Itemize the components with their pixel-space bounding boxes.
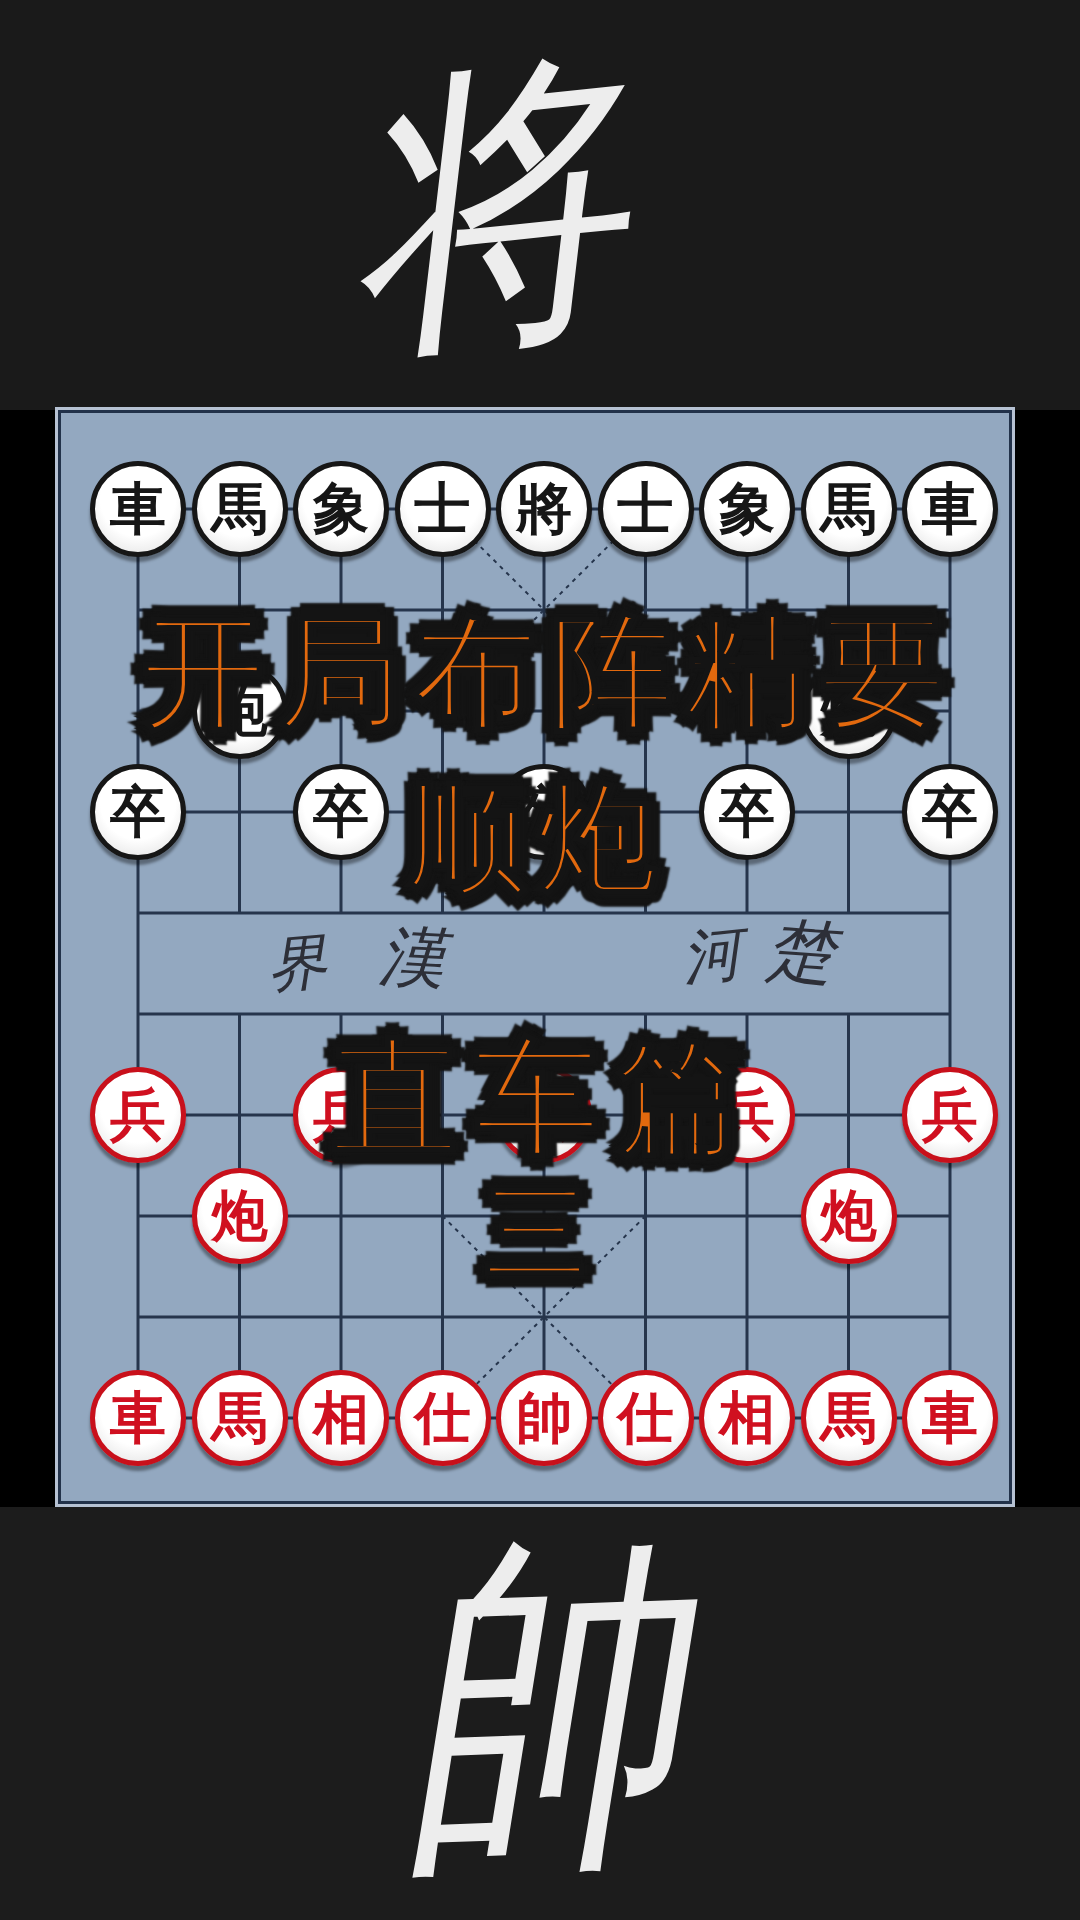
piece-red-elephant[interactable]: 相 xyxy=(699,1370,795,1466)
piece-red-chariot[interactable]: 車 xyxy=(90,1370,186,1466)
piece-red-horse[interactable]: 馬 xyxy=(192,1370,288,1466)
video-frame: 将 帥 界漢河楚 車馬象士將士象馬車炮炮卒卒卒卒卒兵兵兵兵兵炮炮車馬相仕帥仕相馬… xyxy=(0,0,1080,1920)
piece-black-soldier[interactable]: 卒 xyxy=(293,764,389,860)
piece-black-advisor[interactable]: 士 xyxy=(395,461,491,557)
overlay-subtitle-text: 顺炮 xyxy=(407,778,667,898)
piece-red-chariot[interactable]: 車 xyxy=(902,1370,998,1466)
piece-black-elephant[interactable]: 象 xyxy=(699,461,795,557)
piece-red-horse[interactable]: 馬 xyxy=(801,1370,897,1466)
piece-black-general[interactable]: 將 xyxy=(496,461,592,557)
piece-red-cannon[interactable]: 炮 xyxy=(801,1168,897,1264)
piece-black-soldier[interactable]: 卒 xyxy=(90,764,186,860)
overlay-episode-text: 三 xyxy=(484,1180,588,1284)
piece-black-advisor[interactable]: 士 xyxy=(598,461,694,557)
river-character: 河 xyxy=(679,922,745,988)
board-grid xyxy=(61,413,1009,1501)
piece-black-horse[interactable]: 馬 xyxy=(801,461,897,557)
piece-black-chariot[interactable]: 車 xyxy=(902,461,998,557)
piece-black-elephant[interactable]: 象 xyxy=(293,461,389,557)
river-character: 楚 xyxy=(764,916,837,989)
piece-black-chariot[interactable]: 車 xyxy=(90,461,186,557)
piece-red-advisor[interactable]: 仕 xyxy=(598,1370,694,1466)
piece-red-cannon[interactable]: 炮 xyxy=(192,1168,288,1264)
piece-red-soldier[interactable]: 兵 xyxy=(902,1067,998,1163)
piece-red-elephant[interactable]: 相 xyxy=(293,1370,389,1466)
piece-black-horse[interactable]: 馬 xyxy=(192,461,288,557)
overlay-chapter-text: 直车篇 xyxy=(332,1035,758,1161)
river-character: 漢 xyxy=(377,923,446,992)
piece-red-general[interactable]: 帥 xyxy=(496,1370,592,1466)
river-character: 界 xyxy=(264,930,329,995)
red-general-calligraphy: 帥 xyxy=(390,1522,684,1890)
xiangqi-board[interactable]: 界漢河楚 車馬象士將士象馬車炮炮卒卒卒卒卒兵兵兵兵兵炮炮車馬相仕帥仕相馬車 xyxy=(58,410,1012,1504)
piece-black-soldier[interactable]: 卒 xyxy=(699,764,795,860)
piece-black-soldier[interactable]: 卒 xyxy=(902,764,998,860)
black-general-calligraphy: 将 xyxy=(330,41,636,374)
piece-red-soldier[interactable]: 兵 xyxy=(90,1067,186,1163)
piece-red-advisor[interactable]: 仕 xyxy=(395,1370,491,1466)
overlay-title-text: 开局布阵精要 xyxy=(141,610,957,734)
